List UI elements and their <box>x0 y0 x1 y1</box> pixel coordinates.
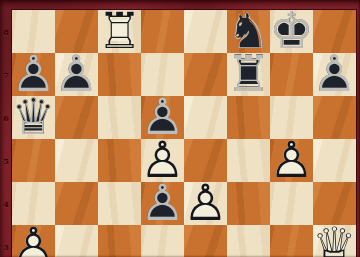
square-h3: ♛♕ <box>313 225 356 257</box>
rank-label-5: 5 <box>0 139 12 182</box>
black-king-g8: ♚♔ <box>270 10 313 53</box>
square-e8 <box>184 10 227 53</box>
white-pawn-e4: ♟♙ <box>184 182 227 225</box>
rank-label-6: 6 <box>0 96 12 139</box>
rank-label-8: 8 <box>0 10 12 53</box>
square-b3 <box>55 225 98 257</box>
square-e4: ♟♙ <box>184 182 227 225</box>
square-a6: ♛♕ <box>12 96 55 139</box>
square-f7: ♜♖ <box>227 53 270 96</box>
square-d8 <box>141 10 184 53</box>
square-h5 <box>313 139 356 182</box>
square-c4 <box>98 182 141 225</box>
white-pawn-a3: ♟♙ <box>12 225 55 257</box>
square-f5 <box>227 139 270 182</box>
square-b5 <box>55 139 98 182</box>
square-g5: ♟♙ <box>270 139 313 182</box>
square-b7: ♟♙ <box>55 53 98 96</box>
square-b4 <box>55 182 98 225</box>
square-h7: ♟♙ <box>313 53 356 96</box>
white-rook-c8: ♜♖ <box>98 10 141 53</box>
white-pawn-g5: ♟♙ <box>270 139 313 182</box>
square-c3 <box>98 225 141 257</box>
rank-label-3: 3 <box>0 225 12 257</box>
square-c6 <box>98 96 141 139</box>
square-g3 <box>270 225 313 257</box>
chess-diagram: { "game": "chess", "description": "Cropp… <box>0 0 360 257</box>
rank-label-7: 7 <box>0 53 12 96</box>
white-queen-h3: ♛♕ <box>313 225 356 257</box>
square-f3 <box>227 225 270 257</box>
black-pawn-b7: ♟♙ <box>55 53 98 96</box>
square-g8: ♚♔ <box>270 10 313 53</box>
black-pawn-h7: ♟♙ <box>313 53 356 96</box>
square-a3: ♟♙ <box>12 225 55 257</box>
square-f4 <box>227 182 270 225</box>
square-e6 <box>184 96 227 139</box>
chess-board: ♜♖♞♘♚♔♟♙♟♙♜♖♟♙♛♕♟♙♟♙♟♙♟♙♟♙♟♙♛♕ <box>12 10 356 257</box>
black-rook-f7: ♜♖ <box>227 53 270 96</box>
square-e7 <box>184 53 227 96</box>
square-d4: ♟♙ <box>141 182 184 225</box>
black-pawn-d4: ♟♙ <box>141 182 184 225</box>
black-queen-a6: ♛♕ <box>12 96 55 139</box>
rank-label-4: 4 <box>0 182 12 225</box>
square-c5 <box>98 139 141 182</box>
square-c8: ♜♖ <box>98 10 141 53</box>
